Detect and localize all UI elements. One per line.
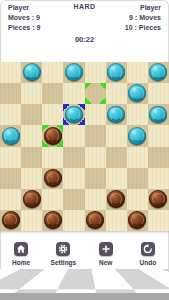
checker-piece-brown[interactable] <box>44 169 62 187</box>
undo-label: Undo <box>140 259 157 266</box>
board-square-r0c4[interactable] <box>85 62 106 83</box>
home-icon <box>14 242 28 256</box>
board-square-r0c2[interactable] <box>42 62 63 83</box>
board-square-r5c2[interactable] <box>42 168 63 189</box>
player-right-panel: Player 9 : Moves 10 : Pieces <box>125 4 161 32</box>
bottom-toolbar: Home Settings New <box>0 242 169 272</box>
board-square-r1c2[interactable] <box>42 83 63 104</box>
board-square-r2c4[interactable] <box>85 104 106 125</box>
new-game-button[interactable]: New <box>85 242 127 272</box>
undo-icon <box>141 242 155 256</box>
board-square-r3c0[interactable] <box>0 125 21 146</box>
checker-piece-cyan[interactable] <box>2 127 20 145</box>
checker-piece-cyan[interactable] <box>107 63 125 81</box>
settings-gear-icon <box>56 242 70 256</box>
checker-piece-brown[interactable] <box>2 211 20 229</box>
highlighted-square-move-target-r1c4[interactable] <box>85 83 106 104</box>
board-square-r4c7[interactable] <box>148 147 169 168</box>
board-square-r7c4[interactable] <box>85 210 106 231</box>
board-square-r5c7[interactable] <box>148 168 169 189</box>
new-label: New <box>99 259 112 266</box>
board-square-r7c3[interactable] <box>63 210 84 231</box>
board-square-r3c6[interactable] <box>127 125 148 146</box>
board-square-r4c3[interactable] <box>63 147 84 168</box>
board-square-r4c2[interactable] <box>42 147 63 168</box>
board-square-r1c3[interactable] <box>63 83 84 104</box>
board-square-r2c7[interactable] <box>148 104 169 125</box>
board-square-r1c0[interactable] <box>0 83 21 104</box>
checkers-app-screen: Player Moves : 9 Pieces : 9 HARD Player … <box>0 0 169 300</box>
board-square-r6c1[interactable] <box>21 189 42 210</box>
board-square-r7c6[interactable] <box>127 210 148 231</box>
player-right-name: Player <box>125 4 161 12</box>
home-button[interactable]: Home <box>0 242 42 272</box>
board-square-r7c5[interactable] <box>106 210 127 231</box>
checker-piece-brown[interactable] <box>128 211 146 229</box>
board-square-r7c0[interactable] <box>0 210 21 231</box>
board-square-r1c1[interactable] <box>21 83 42 104</box>
highlighted-square-selected-piece-r3c2[interactable] <box>42 125 63 146</box>
undo-button[interactable]: Undo <box>127 242 169 272</box>
board-square-r3c7[interactable] <box>148 125 169 146</box>
player-right-pieces: 10 : Pieces <box>125 24 161 32</box>
checker-piece-cyan[interactable] <box>23 63 41 81</box>
checker-piece-brown[interactable] <box>44 211 62 229</box>
board-square-r2c2[interactable] <box>42 104 63 125</box>
board-square-r1c7[interactable] <box>148 83 169 104</box>
board-square-r0c0[interactable] <box>0 62 21 83</box>
game-timer: 00:22 <box>0 35 169 44</box>
board-square-r0c5[interactable] <box>106 62 127 83</box>
checker-piece-brown[interactable] <box>23 190 41 208</box>
bottom-strip <box>0 293 169 300</box>
board-square-r5c3[interactable] <box>63 168 84 189</box>
checker-piece-cyan[interactable] <box>65 106 83 124</box>
board-square-r3c3[interactable] <box>63 125 84 146</box>
board-square-r3c5[interactable] <box>106 125 127 146</box>
board-square-r6c5[interactable] <box>106 189 127 210</box>
board-square-r2c1[interactable] <box>21 104 42 125</box>
home-label: Home <box>12 259 30 266</box>
highlighted-square-capture-target-r2c3[interactable] <box>63 104 84 125</box>
board-square-r0c3[interactable] <box>63 62 84 83</box>
board-square-r7c7[interactable] <box>148 210 169 231</box>
board-square-r2c5[interactable] <box>106 104 127 125</box>
board-square-r6c6[interactable] <box>127 189 148 210</box>
checker-piece-cyan[interactable] <box>128 84 146 102</box>
checker-piece-brown[interactable] <box>107 190 125 208</box>
board-square-r4c4[interactable] <box>85 147 106 168</box>
board-square-r6c2[interactable] <box>42 189 63 210</box>
board-square-r7c1[interactable] <box>21 210 42 231</box>
checker-piece-cyan[interactable] <box>107 106 125 124</box>
board-square-r4c6[interactable] <box>127 147 148 168</box>
board-square-r1c6[interactable] <box>127 83 148 104</box>
board-square-r6c3[interactable] <box>63 189 84 210</box>
board-square-r4c5[interactable] <box>106 147 127 168</box>
settings-button[interactable]: Settings <box>42 242 84 272</box>
board-square-r3c1[interactable] <box>21 125 42 146</box>
board-square-r5c1[interactable] <box>21 168 42 189</box>
checker-piece-brown[interactable] <box>86 211 104 229</box>
board-square-r0c1[interactable] <box>21 62 42 83</box>
board-square-r6c0[interactable] <box>0 189 21 210</box>
board-square-r2c0[interactable] <box>0 104 21 125</box>
checker-piece-cyan[interactable] <box>149 63 167 81</box>
checkers-board[interactable] <box>0 62 169 231</box>
board-square-r0c6[interactable] <box>127 62 148 83</box>
board-square-r1c5[interactable] <box>106 83 127 104</box>
board-square-r7c2[interactable] <box>42 210 63 231</box>
board-square-r4c1[interactable] <box>21 147 42 168</box>
settings-label: Settings <box>51 259 77 266</box>
board-square-r5c4[interactable] <box>85 168 106 189</box>
board-square-r0c7[interactable] <box>148 62 169 83</box>
board-square-r6c7[interactable] <box>148 189 169 210</box>
player-left-pieces: Pieces : 9 <box>8 24 40 32</box>
board-square-r5c6[interactable] <box>127 168 148 189</box>
board-square-r2c6[interactable] <box>127 104 148 125</box>
board-square-r3c4[interactable] <box>85 125 106 146</box>
player-left-moves: Moves : 9 <box>8 14 40 22</box>
player-right-moves: 9 : Moves <box>125 14 161 22</box>
board-square-r4c0[interactable] <box>0 147 21 168</box>
checker-piece-brown[interactable] <box>44 127 62 145</box>
checker-piece-brown[interactable] <box>149 190 167 208</box>
new-plus-icon <box>99 242 113 256</box>
checker-piece-cyan[interactable] <box>65 63 83 81</box>
board-square-r5c5[interactable] <box>106 168 127 189</box>
checker-piece-cyan[interactable] <box>149 106 167 124</box>
decorative-floor <box>0 269 169 293</box>
board-square-r5c0[interactable] <box>0 168 21 189</box>
board-square-r6c4[interactable] <box>85 189 106 210</box>
checker-piece-cyan[interactable] <box>128 127 146 145</box>
